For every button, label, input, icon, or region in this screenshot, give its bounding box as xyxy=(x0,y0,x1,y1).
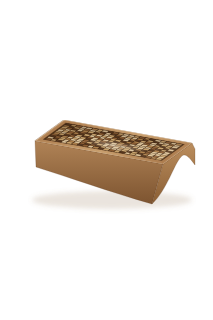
tray-side-faces xyxy=(0,0,213,320)
mosaic-tile xyxy=(156,158,162,160)
product-photo-scene xyxy=(0,0,213,320)
ground-shadow xyxy=(32,191,192,209)
